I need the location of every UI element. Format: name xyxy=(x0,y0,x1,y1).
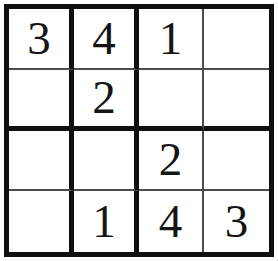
sudoku-page: 3 4 1 2 2 1 4 3 xyxy=(0,0,278,261)
cell-r4c3[interactable]: 4 xyxy=(139,191,204,252)
cell-r2c2[interactable]: 2 xyxy=(74,70,139,131)
cell-r3c2[interactable] xyxy=(74,131,139,192)
cell-r4c1[interactable] xyxy=(9,191,74,252)
cell-r2c4[interactable] xyxy=(204,70,269,131)
cell-r4c2[interactable]: 1 xyxy=(74,191,139,252)
cell-r3c4[interactable] xyxy=(204,131,269,192)
cell-r1c2[interactable]: 4 xyxy=(74,9,139,70)
cell-r1c1[interactable]: 3 xyxy=(9,9,74,70)
cell-r3c3[interactable]: 2 xyxy=(139,131,204,192)
cell-r2c3[interactable] xyxy=(139,70,204,131)
cell-r1c4[interactable] xyxy=(204,9,269,70)
cell-r1c3[interactable]: 1 xyxy=(139,9,204,70)
sudoku-board: 3 4 1 2 2 1 4 3 xyxy=(4,4,274,257)
cell-r3c1[interactable] xyxy=(9,131,74,192)
cell-r2c1[interactable] xyxy=(9,70,74,131)
cell-r4c4[interactable]: 3 xyxy=(204,191,269,252)
